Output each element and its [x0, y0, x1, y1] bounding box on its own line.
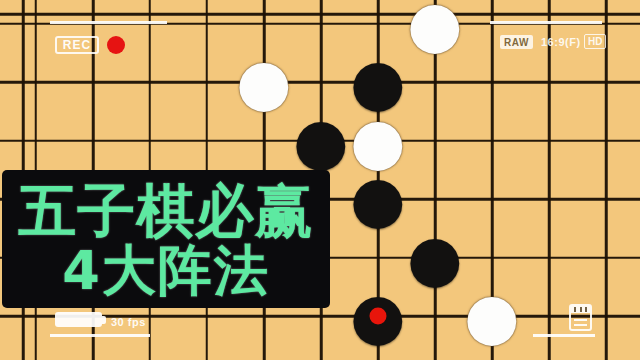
caption-line2: 4大阵法 — [62, 244, 270, 298]
video-frame: ●●●●●●●●● 五子棋必赢 4大阵法 REC RAW 16:9(F) HD … — [0, 0, 640, 360]
stone-black[interactable]: ● — [293, 112, 350, 170]
viewfinder-bracket-top-left — [50, 21, 167, 24]
rec-badge: REC — [55, 36, 99, 54]
black-stone-glyph: ● — [407, 226, 463, 290]
stone-white[interactable]: ● — [236, 53, 293, 111]
white-stone-glyph: ● — [407, 0, 463, 56]
viewfinder-bracket-bottom-left — [50, 334, 150, 337]
stone-white[interactable]: ● — [464, 287, 521, 345]
stone-white[interactable]: ● — [407, 0, 464, 53]
caption-line1: 五子棋必赢 — [19, 180, 314, 244]
stone-black[interactable]: ● — [350, 53, 407, 111]
battery-icon — [55, 312, 102, 327]
viewfinder-bracket-top-right — [490, 21, 602, 24]
aspect-ratio-label: 16:9(F) — [541, 35, 581, 49]
black-stone-glyph: ● — [350, 167, 406, 231]
black-stone-glyph: ● — [293, 109, 349, 173]
hd-badge: HD — [584, 34, 606, 49]
stone-black-last-move[interactable]: ● — [350, 287, 407, 345]
raw-badge: RAW — [500, 35, 533, 49]
last-move-marker-icon — [370, 307, 387, 324]
caption-box: 五子棋必赢 4大阵法 — [2, 170, 330, 308]
stone-black[interactable]: ● — [407, 228, 464, 286]
viewfinder-bracket-bottom-right — [533, 334, 595, 337]
stone-black[interactable]: ● — [350, 170, 407, 228]
record-indicator-icon — [107, 36, 125, 54]
white-stone-glyph: ● — [464, 284, 520, 348]
white-stone-glyph: ● — [236, 50, 292, 114]
memory-card-icon — [569, 304, 592, 331]
fps-label: 30 fps — [111, 316, 146, 328]
